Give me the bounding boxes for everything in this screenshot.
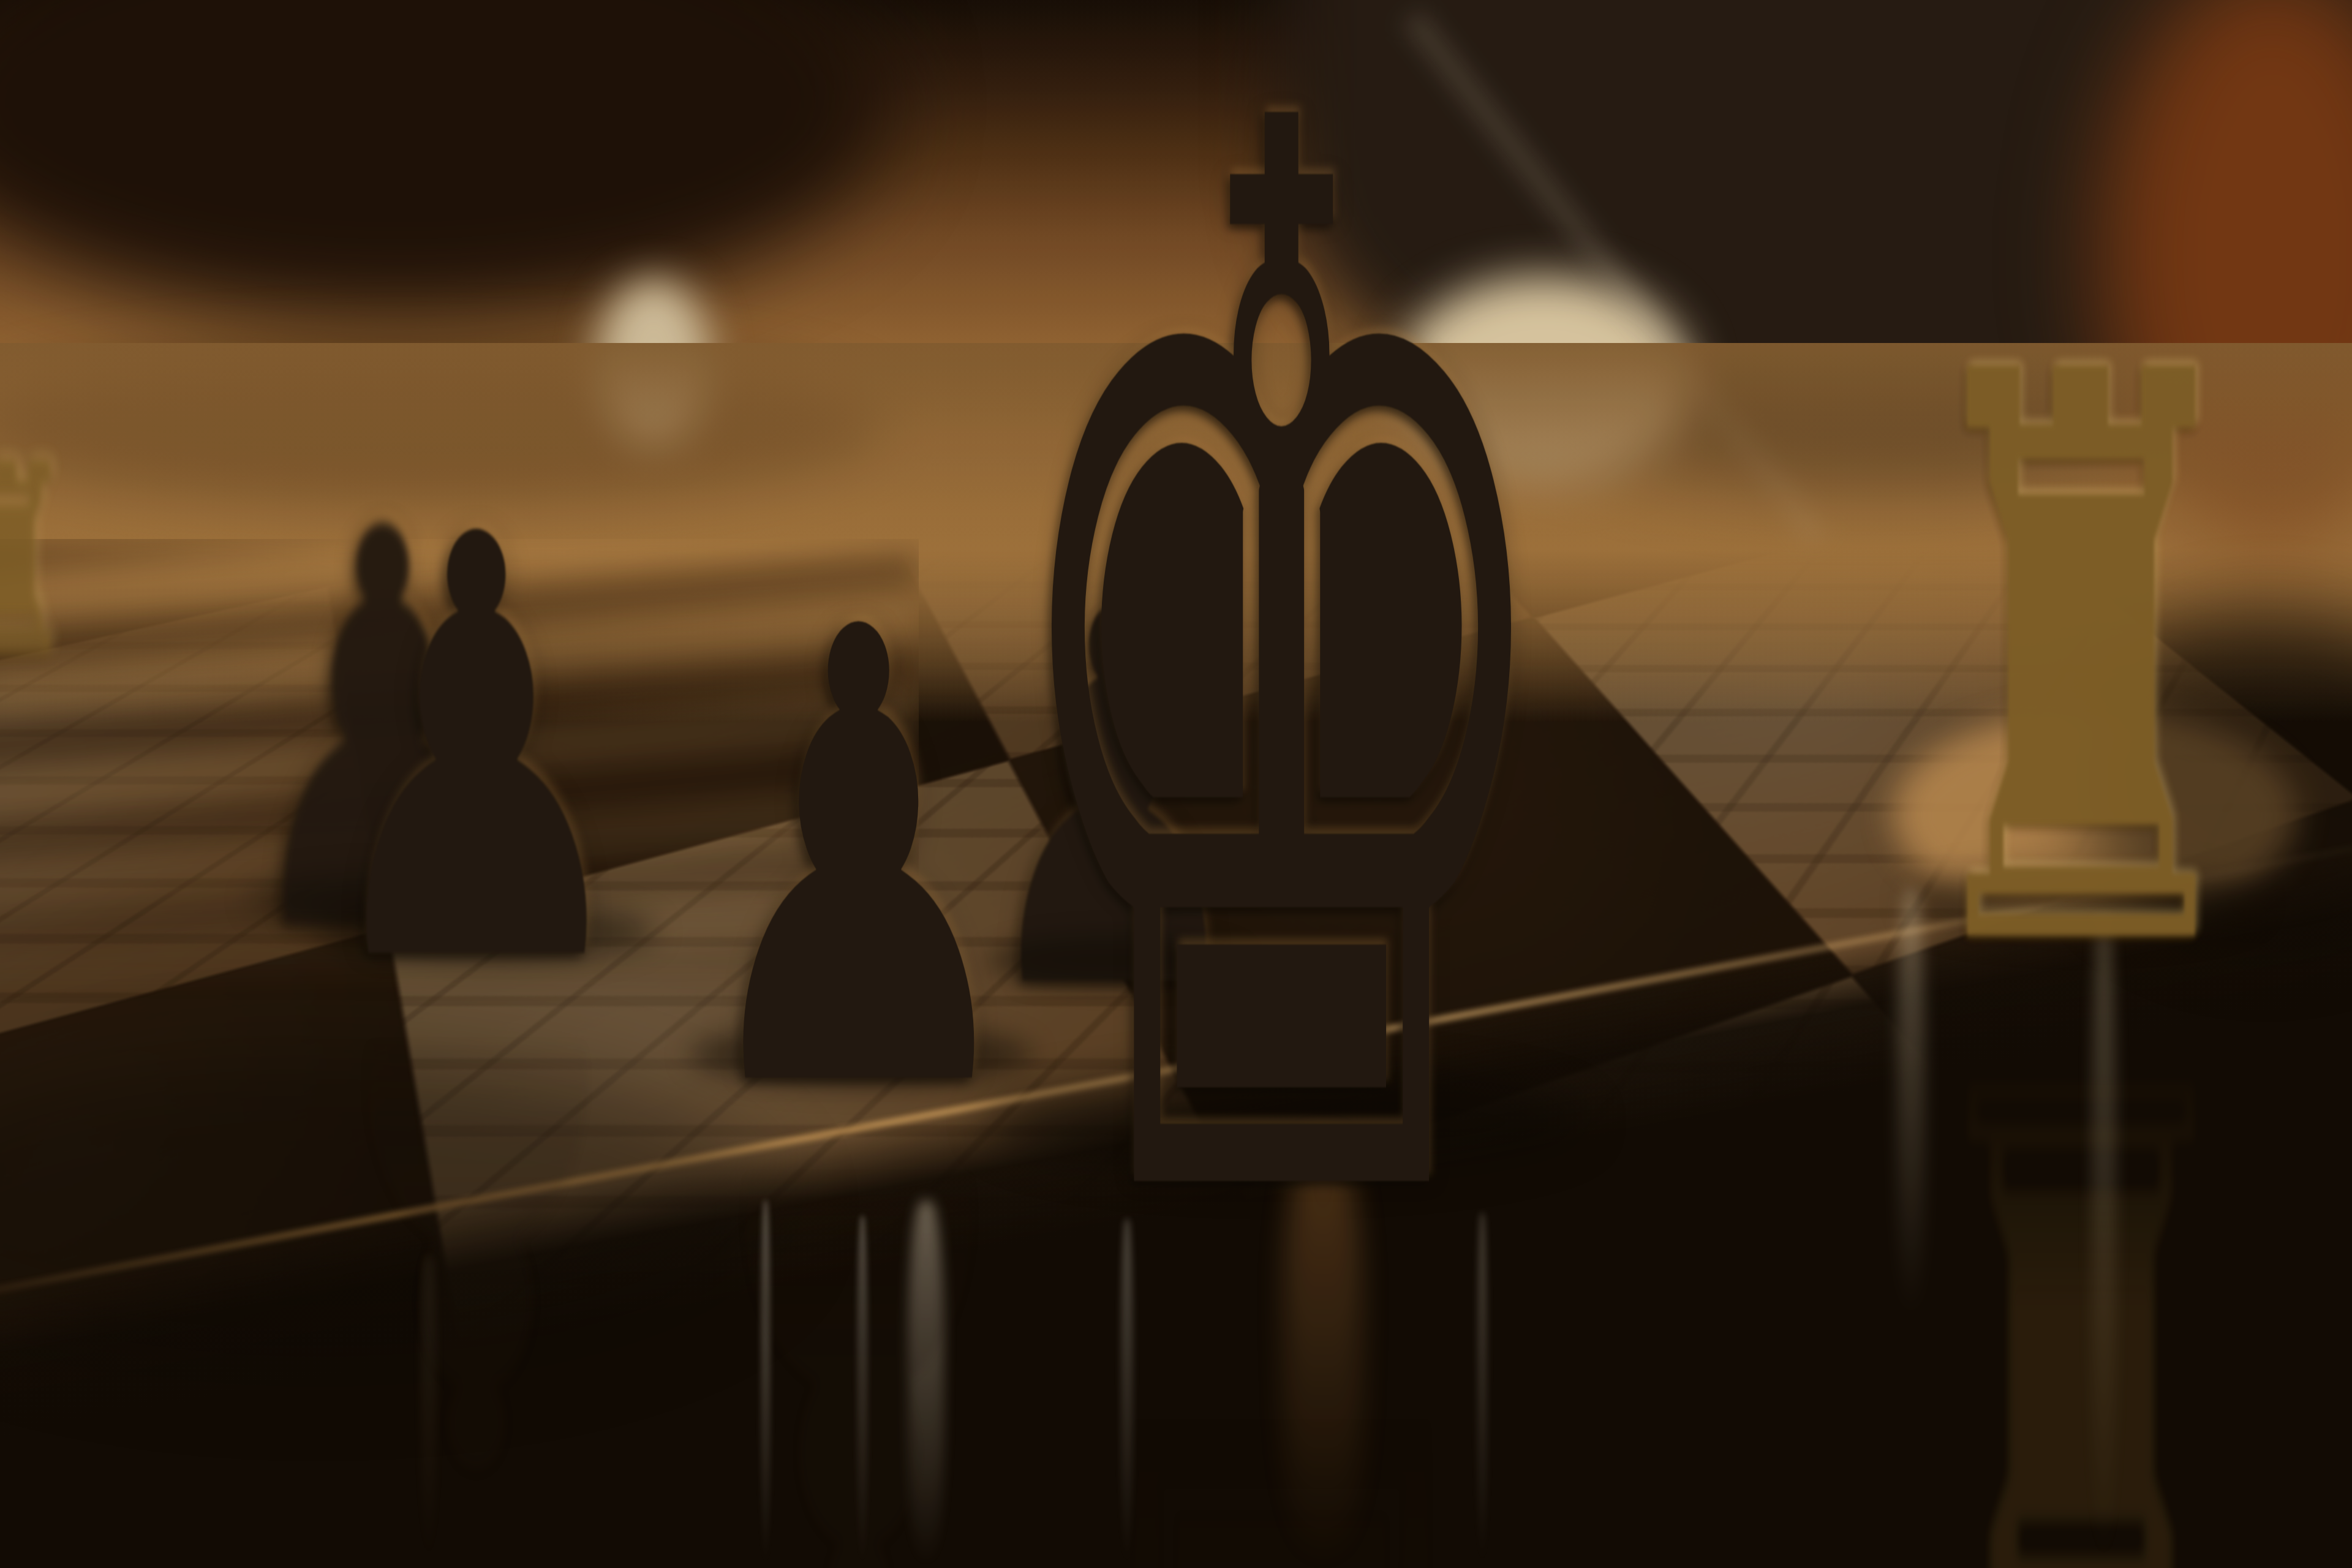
brass-rook-h4-reflection: ♜	[1900, 960, 2263, 1568]
black-king-d3-piece: ♚	[987, 0, 1575, 1406]
photo-stage: ♜♟♟♟♟♟♟♚♚♜♜	[0, 0, 2352, 1568]
brass-rook-h4-piece: ♜	[1900, 274, 2263, 1055]
background-dark-corner	[0, 0, 888, 318]
left-edge-brass-piece-piece: ♜	[0, 429, 76, 693]
black-pawn-c3-piece: ♟	[686, 549, 1031, 1174]
black-pawn-b3-reflection: ♟	[312, 955, 641, 1536]
